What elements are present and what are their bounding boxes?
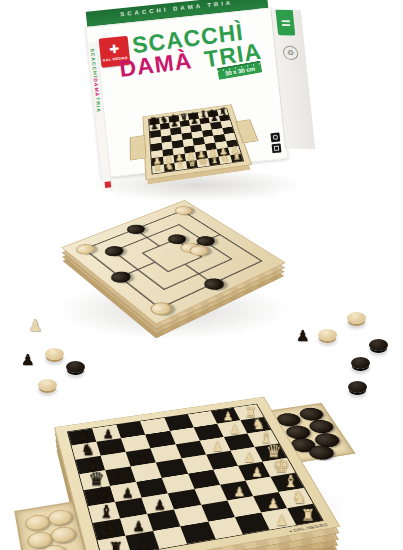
product-photo-stage: SCACCHI DAMA TRIA SCACCHÌ DAMÀ TRIA ✚ DA… [0,0,403,550]
black-knight: ♞ [103,521,119,538]
chess-square: ♝ [208,156,221,165]
game-box: SCACCHI DAMA TRIA SCACCHÌ DAMÀ TRIA ✚ DA… [84,0,287,179]
white-pawn: ♟ [276,513,288,527]
chess-board: ♜♟♟♜♞♟♟♞♝♟♟♝♛♟♟♛♚♟♟♚♝♟♟♝♞♟♟♞♜♟♟♜ ✦ DAL N… [38,342,378,550]
black-king: ♚ [92,484,110,504]
box-product-photo: ♜♞♝♛♚♝♞♜♟♟♟♟♟♟♟♟♟♟♟♟♟♟♟♟♜♞♝♛♚♝♞♜ [115,76,265,176]
white-checker [24,513,51,532]
black-rook: ♜ [109,540,124,550]
white-pawn: ♟ [233,485,245,498]
black-pawn-loose: ♟ [21,352,34,367]
morris-lines [63,201,285,324]
mini-right-drawer [235,119,259,143]
black-pawn: ♟ [133,519,146,533]
white-checker-loose [347,312,366,324]
white-checker [49,525,77,544]
warning-icons [270,132,281,153]
white-pawn-loose: ♟ [28,318,42,334]
tria-board-face [61,200,286,324]
spine-title-2: DAMÀ [93,78,101,98]
box-front-panel: SCACCHÌ DAMÀ TRIA ✚ DAL NEGRO SCACCHÌ DA… [85,7,288,178]
chess-square: ♜ [152,164,164,173]
white-rook: ♜ [153,163,163,174]
white-knight: ♞ [164,161,174,172]
age-warning-icon [270,132,280,142]
chess-board-3d: ♜♟♟♜♞♟♟♞♝♟♟♝♛♟♟♛♚♟♟♚♝♟♟♝♞♟♟♞♜♟♟♜ ✦ DAL N… [54,397,340,550]
mini-board-grid: ♜♞♝♛♚♝♞♜♟♟♟♟♟♟♟♟♟♟♟♟♟♟♟♟♜♞♝♛♚♝♞♜ [148,108,244,174]
black-pawn: ♟ [103,428,114,440]
white-pawn: ♟ [267,497,279,511]
chess-square: ♞ [163,163,175,172]
spine-title-1: SCACCHÌ [90,48,99,78]
mini-chessboard: ♜♞♝♛♚♝♞♜♟♟♟♟♟♟♟♟♟♟♟♟♟♟♟♟♜♞♝♛♚♝♞♜ [142,104,252,180]
tria-board [40,193,310,343]
white-knight: ♞ [292,489,307,506]
chess-square: ♜ [287,504,322,525]
white-checker-loose [38,379,57,391]
white-checker [47,508,74,527]
black-pawn: ♟ [107,442,118,455]
chess-square: ♛ [186,160,199,169]
black-checker-loose [369,339,388,351]
certification-icon: ♻ [282,46,299,60]
black-pawn: ♟ [137,452,148,465]
ce-mark-icon [272,143,282,153]
chess-square: ♟ [120,514,153,536]
chess-square: ♜ [230,153,243,162]
white-queen: ♛ [187,158,197,169]
white-pawn: ♟ [251,466,263,479]
black-pawn: ♟ [117,471,129,484]
tria-board-3d [61,200,286,324]
chess-square [201,129,213,137]
box-side-tab [276,10,296,36]
black-bishop: ♝ [98,504,113,521]
black-pawn: ♟ [138,537,151,550]
white-checker-loose [318,329,337,341]
mini-left-drawer [130,135,147,161]
white-pawn: ♟ [229,423,240,435]
white-pawn: ♟ [212,441,223,454]
white-rook: ♜ [301,507,315,523]
black-checker-loose [348,381,367,393]
spine-brand-mark [104,181,111,188]
white-rook: ♜ [232,152,242,163]
white-checker-loose [45,348,64,360]
white-king: ♚ [198,157,208,168]
black-checker-loose [66,361,85,373]
black-checker-loose [351,357,370,369]
black-pawn: ♟ [122,486,134,499]
chess-square [224,133,236,141]
white-pawn: ♟ [223,410,234,422]
white-bishop: ♝ [209,155,219,166]
black-pawn: ♟ [154,498,166,512]
white-bishop: ♝ [176,160,186,171]
black-pawn-loose: ♟ [296,328,309,343]
white-pawn: ♟ [244,451,255,464]
chess-square [222,126,234,134]
white-knight: ♞ [221,153,231,164]
spine-title-3: TRIA [95,97,103,113]
